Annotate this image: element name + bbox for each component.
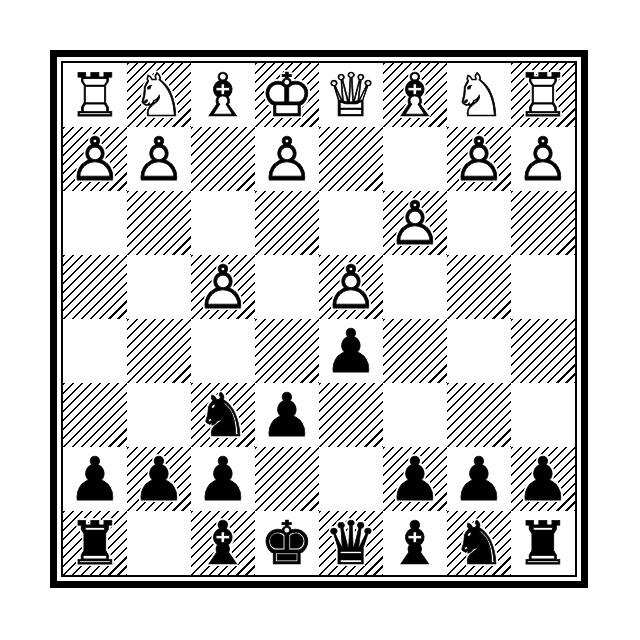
- piece-black-pawn-icon: ♟: [255, 383, 319, 447]
- square-g6[interactable]: [127, 383, 191, 447]
- square-c2[interactable]: [383, 127, 447, 191]
- piece-white-pawn-icon: ♙: [383, 191, 447, 255]
- square-a3[interactable]: [511, 191, 575, 255]
- piece-white-pawn-halo: ♟: [127, 127, 191, 191]
- piece-white-bishop-halo: ♝: [383, 63, 447, 127]
- piece-white-rook-halo: ♜: [63, 63, 127, 127]
- piece-black-pawn-icon: ♟: [127, 447, 191, 511]
- square-a2[interactable]: ♟♙: [511, 127, 575, 191]
- piece-white-bishop-icon: ♗: [191, 63, 255, 127]
- piece-white-knight-icon: ♘: [447, 63, 511, 127]
- square-b5[interactable]: [447, 319, 511, 383]
- square-a7[interactable]: ♟♟: [511, 447, 575, 511]
- square-b1[interactable]: ♞♘: [447, 63, 511, 127]
- piece-black-pawn-halo: ♟: [191, 447, 255, 511]
- piece-white-queen-icon: ♕: [319, 63, 383, 127]
- piece-white-pawn-halo: ♟: [191, 255, 255, 319]
- square-a8[interactable]: ♜♜: [511, 511, 575, 575]
- square-e8[interactable]: ♚♚: [255, 511, 319, 575]
- piece-black-bishop-icon: ♝: [383, 511, 447, 575]
- square-e6[interactable]: ♟♟: [255, 383, 319, 447]
- piece-white-knight-icon: ♘: [127, 63, 191, 127]
- piece-white-pawn-halo: ♟: [63, 127, 127, 191]
- square-h2[interactable]: ♟♙: [63, 127, 127, 191]
- piece-white-rook-icon: ♖: [511, 63, 575, 127]
- square-g4[interactable]: [127, 255, 191, 319]
- piece-white-pawn-halo: ♟: [319, 255, 383, 319]
- piece-black-rook-icon: ♜: [511, 511, 575, 575]
- piece-white-bishop-halo: ♝: [191, 63, 255, 127]
- square-c6[interactable]: [383, 383, 447, 447]
- square-b3[interactable]: [447, 191, 511, 255]
- square-h1[interactable]: ♜♖: [63, 63, 127, 127]
- piece-white-pawn-icon: ♙: [319, 255, 383, 319]
- piece-black-queen-halo: ♛: [319, 511, 383, 575]
- square-d1[interactable]: ♛♕: [319, 63, 383, 127]
- square-d2[interactable]: [319, 127, 383, 191]
- square-b2[interactable]: ♟♙: [447, 127, 511, 191]
- square-e2[interactable]: ♟♙: [255, 127, 319, 191]
- piece-black-pawn-icon: ♟: [511, 447, 575, 511]
- piece-black-rook-halo: ♜: [63, 511, 127, 575]
- piece-black-pawn-halo: ♟: [319, 319, 383, 383]
- chess-board: ♜♖♞♘♝♗♚♔♛♕♝♗♞♘♜♖♟♙♟♙♟♙♟♙♟♙♟♙♟♙♟♙♟♟♞♞♟♟♟♟…: [63, 63, 575, 575]
- square-h7[interactable]: ♟♟: [63, 447, 127, 511]
- square-f1[interactable]: ♝♗: [191, 63, 255, 127]
- square-e1[interactable]: ♚♔: [255, 63, 319, 127]
- piece-black-pawn-icon: ♟: [191, 447, 255, 511]
- square-e3[interactable]: [255, 191, 319, 255]
- piece-white-pawn-halo: ♟: [383, 191, 447, 255]
- square-d4[interactable]: ♟♙: [319, 255, 383, 319]
- piece-black-knight-icon: ♞: [447, 511, 511, 575]
- square-d6[interactable]: [319, 383, 383, 447]
- square-a4[interactable]: [511, 255, 575, 319]
- piece-black-bishop-halo: ♝: [383, 511, 447, 575]
- piece-white-pawn-halo: ♟: [255, 127, 319, 191]
- square-a1[interactable]: ♜♖: [511, 63, 575, 127]
- square-c1[interactable]: ♝♗: [383, 63, 447, 127]
- piece-white-king-icon: ♔: [255, 63, 319, 127]
- piece-black-pawn-halo: ♟: [447, 447, 511, 511]
- square-g1[interactable]: ♞♘: [127, 63, 191, 127]
- piece-white-pawn-icon: ♙: [191, 255, 255, 319]
- piece-black-pawn-icon: ♟: [447, 447, 511, 511]
- square-d5[interactable]: ♟♟: [319, 319, 383, 383]
- piece-white-pawn-icon: ♙: [511, 127, 575, 191]
- square-g5[interactable]: [127, 319, 191, 383]
- piece-white-knight-halo: ♞: [127, 63, 191, 127]
- square-f7[interactable]: ♟♟: [191, 447, 255, 511]
- piece-black-pawn-halo: ♟: [127, 447, 191, 511]
- square-e4[interactable]: [255, 255, 319, 319]
- piece-black-pawn-icon: ♟: [319, 319, 383, 383]
- piece-black-pawn-halo: ♟: [383, 447, 447, 511]
- square-f3[interactable]: [191, 191, 255, 255]
- piece-black-king-icon: ♚: [255, 511, 319, 575]
- square-c7[interactable]: ♟♟: [383, 447, 447, 511]
- square-c3[interactable]: ♟♙: [383, 191, 447, 255]
- piece-black-knight-halo: ♞: [191, 383, 255, 447]
- diagram-canvas: ♜♖♞♘♝♗♚♔♛♕♝♗♞♘♜♖♟♙♟♙♟♙♟♙♟♙♟♙♟♙♟♙♟♟♞♞♟♟♟♟…: [0, 0, 640, 640]
- square-c8[interactable]: ♝♝: [383, 511, 447, 575]
- square-c4[interactable]: [383, 255, 447, 319]
- square-c5[interactable]: [383, 319, 447, 383]
- square-h5[interactable]: [63, 319, 127, 383]
- square-a6[interactable]: [511, 383, 575, 447]
- piece-white-rook-halo: ♜: [511, 63, 575, 127]
- square-g7[interactable]: ♟♟: [127, 447, 191, 511]
- piece-white-queen-halo: ♛: [319, 63, 383, 127]
- square-h4[interactable]: [63, 255, 127, 319]
- square-g3[interactable]: [127, 191, 191, 255]
- piece-white-pawn-icon: ♙: [127, 127, 191, 191]
- piece-white-pawn-halo: ♟: [511, 127, 575, 191]
- piece-white-pawn-halo: ♟: [447, 127, 511, 191]
- square-f8[interactable]: ♝♝: [191, 511, 255, 575]
- square-g8[interactable]: [127, 511, 191, 575]
- square-b4[interactable]: [447, 255, 511, 319]
- board-outer-frame: ♜♖♞♘♝♗♚♔♛♕♝♗♞♘♜♖♟♙♟♙♟♙♟♙♟♙♟♙♟♙♟♙♟♟♞♞♟♟♟♟…: [50, 50, 588, 588]
- piece-white-rook-icon: ♖: [63, 63, 127, 127]
- piece-black-knight-halo: ♞: [447, 511, 511, 575]
- square-d3[interactable]: [319, 191, 383, 255]
- piece-white-pawn-icon: ♙: [63, 127, 127, 191]
- piece-white-bishop-icon: ♗: [383, 63, 447, 127]
- piece-black-knight-icon: ♞: [191, 383, 255, 447]
- piece-black-king-halo: ♚: [255, 511, 319, 575]
- piece-black-rook-halo: ♜: [511, 511, 575, 575]
- square-b6[interactable]: [447, 383, 511, 447]
- piece-black-bishop-halo: ♝: [191, 511, 255, 575]
- piece-white-pawn-icon: ♙: [447, 127, 511, 191]
- square-g2[interactable]: ♟♙: [127, 127, 191, 191]
- square-f6[interactable]: ♞♞: [191, 383, 255, 447]
- piece-black-pawn-icon: ♟: [63, 447, 127, 511]
- piece-black-bishop-icon: ♝: [191, 511, 255, 575]
- piece-white-knight-halo: ♞: [447, 63, 511, 127]
- square-a5[interactable]: [511, 319, 575, 383]
- piece-white-pawn-icon: ♙: [255, 127, 319, 191]
- square-b8[interactable]: ♞♞: [447, 511, 511, 575]
- piece-black-pawn-icon: ♟: [383, 447, 447, 511]
- square-h8[interactable]: ♜♜: [63, 511, 127, 575]
- square-f4[interactable]: ♟♙: [191, 255, 255, 319]
- board-inner-frame: ♜♖♞♘♝♗♚♔♛♕♝♗♞♘♜♖♟♙♟♙♟♙♟♙♟♙♟♙♟♙♟♙♟♟♞♞♟♟♟♟…: [61, 61, 577, 577]
- piece-black-pawn-halo: ♟: [511, 447, 575, 511]
- piece-black-rook-icon: ♜: [63, 511, 127, 575]
- square-f5[interactable]: [191, 319, 255, 383]
- piece-white-king-halo: ♚: [255, 63, 319, 127]
- piece-black-pawn-halo: ♟: [63, 447, 127, 511]
- square-e7[interactable]: [255, 447, 319, 511]
- square-h6[interactable]: [63, 383, 127, 447]
- square-e5[interactable]: [255, 319, 319, 383]
- square-d8[interactable]: ♛♛: [319, 511, 383, 575]
- square-h3[interactable]: [63, 191, 127, 255]
- square-b7[interactable]: ♟♟: [447, 447, 511, 511]
- square-f2[interactable]: [191, 127, 255, 191]
- piece-black-pawn-halo: ♟: [255, 383, 319, 447]
- square-d7[interactable]: [319, 447, 383, 511]
- piece-black-queen-icon: ♛: [319, 511, 383, 575]
